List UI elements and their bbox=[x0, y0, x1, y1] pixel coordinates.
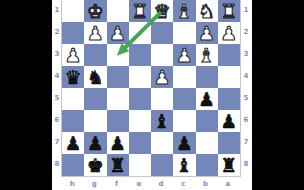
rank-label-1: 1 bbox=[241, 0, 251, 21]
square-c1[interactable]: ♝ bbox=[173, 0, 195, 22]
square-g6[interactable] bbox=[84, 110, 106, 132]
square-e8[interactable] bbox=[129, 154, 151, 176]
square-d7[interactable] bbox=[151, 132, 173, 154]
file-label-b: b bbox=[195, 177, 217, 190]
white-rook-piece: ♜ bbox=[220, 0, 237, 22]
square-c6[interactable] bbox=[173, 110, 195, 132]
black-bishop-piece: ♝ bbox=[154, 110, 171, 132]
square-f3[interactable] bbox=[107, 44, 129, 66]
square-a5[interactable] bbox=[218, 88, 240, 110]
square-h1[interactable] bbox=[62, 0, 84, 22]
square-b6[interactable] bbox=[196, 110, 218, 132]
square-b1[interactable]: ♞ bbox=[196, 0, 218, 22]
white-pawn-piece: ♟ bbox=[154, 66, 171, 88]
square-h5[interactable] bbox=[62, 88, 84, 110]
white-king-piece: ♚ bbox=[87, 0, 104, 22]
white-queen-piece: ♛ bbox=[154, 0, 171, 22]
square-a4[interactable] bbox=[218, 66, 240, 88]
square-h8[interactable] bbox=[62, 154, 84, 176]
square-b2[interactable]: ♟ bbox=[196, 22, 218, 44]
square-d5[interactable] bbox=[151, 88, 173, 110]
square-e5[interactable] bbox=[129, 88, 151, 110]
rank-label-7: 7 bbox=[241, 131, 251, 153]
white-pawn-piece: ♟ bbox=[87, 22, 104, 44]
black-pawn-piece: ♟ bbox=[65, 132, 82, 154]
rank-label-6: 6 bbox=[241, 109, 251, 131]
square-b5[interactable]: ♟ bbox=[196, 88, 218, 110]
square-d1[interactable]: ♛ bbox=[151, 0, 173, 22]
square-g4[interactable]: ♞ bbox=[84, 66, 106, 88]
square-a2[interactable]: ♟ bbox=[218, 22, 240, 44]
square-g7[interactable]: ♟ bbox=[84, 132, 106, 154]
square-g1[interactable]: ♚ bbox=[84, 0, 106, 22]
black-pawn-piece: ♟ bbox=[198, 88, 215, 110]
square-a3[interactable] bbox=[218, 44, 240, 66]
file-label-e: e bbox=[128, 177, 150, 190]
square-d2[interactable] bbox=[151, 22, 173, 44]
square-c4[interactable] bbox=[173, 66, 195, 88]
square-h3[interactable]: ♟ bbox=[62, 44, 84, 66]
square-e2[interactable] bbox=[129, 22, 151, 44]
rank-labels-right: 12345678 bbox=[241, 0, 251, 175]
white-bishop-piece: ♝ bbox=[198, 44, 215, 66]
square-h6[interactable] bbox=[62, 110, 84, 132]
square-a1[interactable]: ♜ bbox=[218, 0, 240, 22]
square-c8[interactable]: ♝ bbox=[173, 154, 195, 176]
screenshot-root: { "game": "chess", "position": { "fen": … bbox=[0, 0, 304, 190]
white-pawn-piece: ♟ bbox=[220, 22, 237, 44]
white-rook-piece: ♜ bbox=[131, 0, 148, 22]
file-label-d: d bbox=[150, 177, 172, 190]
square-a6[interactable]: ♟ bbox=[218, 110, 240, 132]
black-pawn-piece: ♟ bbox=[220, 110, 237, 132]
square-d4[interactable]: ♟ bbox=[151, 66, 173, 88]
square-d6[interactable]: ♝ bbox=[151, 110, 173, 132]
square-g3[interactable] bbox=[84, 44, 106, 66]
square-b7[interactable] bbox=[196, 132, 218, 154]
white-bishop-piece: ♝ bbox=[176, 0, 193, 22]
file-label-g: g bbox=[83, 177, 105, 190]
square-b4[interactable] bbox=[196, 66, 218, 88]
white-pawn-piece: ♟ bbox=[198, 22, 215, 44]
square-b8[interactable] bbox=[196, 154, 218, 176]
square-h4[interactable]: ♛ bbox=[62, 66, 84, 88]
square-f1[interactable] bbox=[107, 0, 129, 22]
black-knight-piece: ♞ bbox=[87, 66, 104, 88]
file-label-c: c bbox=[172, 177, 194, 190]
rank-label-8: 8 bbox=[241, 153, 251, 175]
file-label-h: h bbox=[61, 177, 83, 190]
square-e7[interactable] bbox=[129, 132, 151, 154]
square-d8[interactable] bbox=[151, 154, 173, 176]
square-f6[interactable] bbox=[107, 110, 129, 132]
square-b3[interactable]: ♝ bbox=[196, 44, 218, 66]
square-f7[interactable]: ♟ bbox=[107, 132, 129, 154]
square-c5[interactable] bbox=[173, 88, 195, 110]
square-h7[interactable]: ♟ bbox=[62, 132, 84, 154]
square-g5[interactable] bbox=[84, 88, 106, 110]
black-king-piece: ♚ bbox=[87, 154, 104, 176]
file-label-f: f bbox=[106, 177, 128, 190]
square-f5[interactable] bbox=[107, 88, 129, 110]
square-f8[interactable]: ♜ bbox=[107, 154, 129, 176]
file-label-a: a bbox=[217, 177, 239, 190]
square-c2[interactable] bbox=[173, 22, 195, 44]
square-c7[interactable]: ♟ bbox=[173, 132, 195, 154]
square-c3[interactable]: ♟ bbox=[173, 44, 195, 66]
white-pawn-piece: ♟ bbox=[176, 44, 193, 66]
white-pawn-piece: ♟ bbox=[65, 44, 82, 66]
square-d3[interactable] bbox=[151, 44, 173, 66]
square-g8[interactable]: ♚ bbox=[84, 154, 106, 176]
black-queen-piece: ♛ bbox=[65, 66, 82, 88]
file-labels-bottom: hgfedcba bbox=[61, 177, 239, 190]
rank-label-4: 4 bbox=[241, 65, 251, 87]
black-bishop-piece: ♝ bbox=[176, 154, 193, 176]
square-e6[interactable] bbox=[129, 110, 151, 132]
square-f2[interactable]: ♟ bbox=[107, 22, 129, 44]
black-pawn-piece: ♟ bbox=[176, 132, 193, 154]
board-panel: 12345678 ♚♜♛♝♞♜♟♟♟♟♟♟♝♛♞♟♟♝♟♟♟♟♟♚♜♝♜ 123… bbox=[52, 0, 252, 190]
rank-label-2: 2 bbox=[241, 21, 251, 43]
white-knight-piece: ♞ bbox=[198, 0, 215, 22]
black-pawn-piece: ♟ bbox=[109, 132, 126, 154]
black-rook-piece: ♜ bbox=[220, 154, 237, 176]
square-f4[interactable] bbox=[107, 66, 129, 88]
black-pawn-piece: ♟ bbox=[87, 132, 104, 154]
square-a8[interactable]: ♜ bbox=[218, 154, 240, 176]
square-a7[interactable] bbox=[218, 132, 240, 154]
white-pawn-piece: ♟ bbox=[109, 22, 126, 44]
square-e3[interactable] bbox=[129, 44, 151, 66]
square-e4[interactable] bbox=[129, 66, 151, 88]
chess-board: ♚♜♛♝♞♜♟♟♟♟♟♟♝♛♞♟♟♝♟♟♟♟♟♚♜♝♜ bbox=[61, 0, 241, 177]
rank-label-5: 5 bbox=[241, 87, 251, 109]
black-rook-piece: ♜ bbox=[109, 154, 126, 176]
square-g2[interactable]: ♟ bbox=[84, 22, 106, 44]
rank-label-3: 3 bbox=[241, 43, 251, 65]
square-e1[interactable]: ♜ bbox=[129, 0, 151, 22]
square-h2[interactable] bbox=[62, 22, 84, 44]
